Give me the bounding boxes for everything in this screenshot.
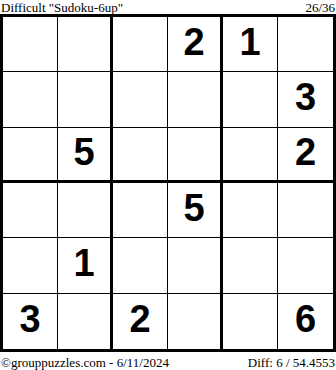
cell-r2c5[interactable] xyxy=(223,72,278,127)
cell-r2c1[interactable] xyxy=(3,72,58,127)
cell-r1c1[interactable] xyxy=(3,17,58,72)
cell-r3c5[interactable] xyxy=(223,128,278,183)
cell-r3c1[interactable] xyxy=(3,128,58,183)
cell-r6c1-given[interactable]: 3 xyxy=(3,294,58,349)
cell-r4c4-given[interactable]: 5 xyxy=(168,183,223,238)
cell-r6c5[interactable] xyxy=(223,294,278,349)
cell-r1c4-given[interactable]: 2 xyxy=(168,17,223,72)
cell-r6c6-given[interactable]: 6 xyxy=(278,294,333,349)
cell-r6c4[interactable] xyxy=(168,294,223,349)
footer: ©grouppuzzles.com - 6/11/2024 Diff: 6 / … xyxy=(0,352,336,370)
cell-r3c6-given[interactable]: 2 xyxy=(278,128,333,183)
cell-r4c5[interactable] xyxy=(223,183,278,238)
cell-r1c2[interactable] xyxy=(58,17,113,72)
header: Difficult "Sudoku-6up" 26/36 xyxy=(0,0,336,14)
copyright-text: ©grouppuzzles.com - 6/11/2024 xyxy=(1,356,169,370)
cell-r5c3[interactable] xyxy=(113,238,168,293)
cell-r3c2-given[interactable]: 5 xyxy=(58,128,113,183)
puzzle-counter: 26/36 xyxy=(305,1,335,14)
cell-r2c3[interactable] xyxy=(113,72,168,127)
cell-r2c2[interactable] xyxy=(58,72,113,127)
puzzle-title: Difficult "Sudoku-6up" xyxy=(1,1,123,14)
cell-r4c2[interactable] xyxy=(58,183,113,238)
cell-r3c4[interactable] xyxy=(168,128,223,183)
cell-r1c6[interactable] xyxy=(278,17,333,72)
cell-r5c2-given[interactable]: 1 xyxy=(58,238,113,293)
cell-r2c4[interactable] xyxy=(168,72,223,127)
cell-r4c1[interactable] xyxy=(3,183,58,238)
cell-r3c3[interactable] xyxy=(113,128,168,183)
cell-r1c3[interactable] xyxy=(113,17,168,72)
cell-r5c6[interactable] xyxy=(278,238,333,293)
cell-r4c3[interactable] xyxy=(113,183,168,238)
cell-r5c1[interactable] xyxy=(3,238,58,293)
cell-r6c3-given[interactable]: 2 xyxy=(113,294,168,349)
cell-r4c6[interactable] xyxy=(278,183,333,238)
difficulty-text: Diff: 6 / 54.4553 xyxy=(248,356,335,370)
cell-r5c5[interactable] xyxy=(223,238,278,293)
cell-r6c2[interactable] xyxy=(58,294,113,349)
sudoku-board: 2135251326 xyxy=(0,14,336,352)
cell-r1c5-given[interactable]: 1 xyxy=(223,17,278,72)
cell-r5c4[interactable] xyxy=(168,238,223,293)
cell-r2c6-given[interactable]: 3 xyxy=(278,72,333,127)
